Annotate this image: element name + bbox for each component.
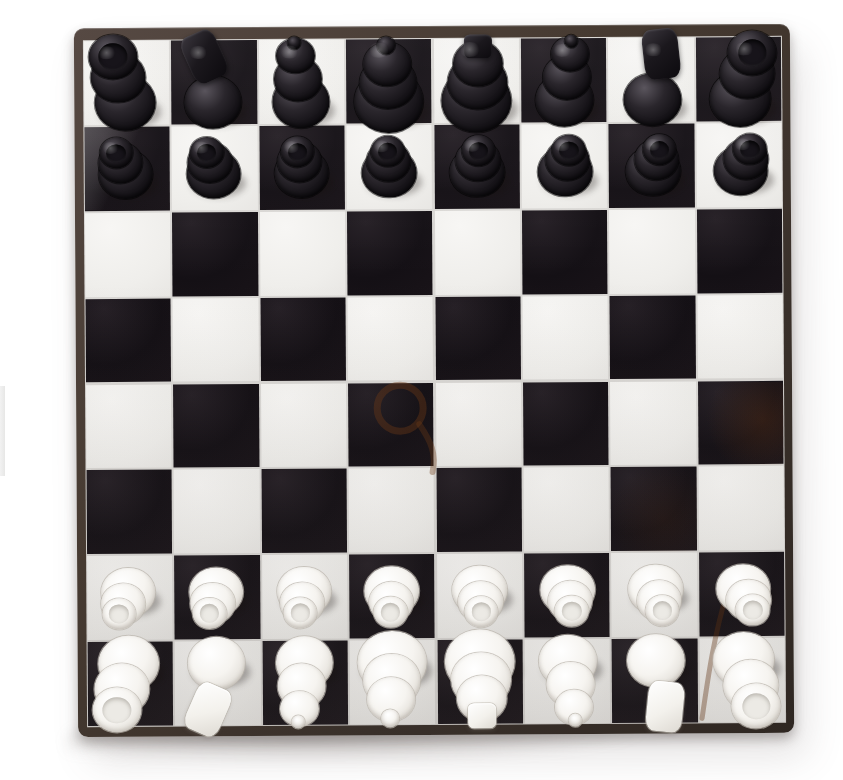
- piece-white-pawn[interactable]: ♙: [698, 551, 786, 637]
- square-f5[interactable]: [522, 296, 608, 380]
- square-b3[interactable]: [174, 469, 260, 553]
- square-d6[interactable]: [347, 211, 433, 295]
- product-photo-page: { "game": { "name": "Chess", "descriptio…: [0, 0, 843, 780]
- piece-black-pawn[interactable]: ♟: [171, 125, 259, 211]
- piece-white-pawn[interactable]: ♙: [261, 554, 349, 640]
- square-a4[interactable]: [86, 384, 172, 468]
- square-e3[interactable]: [436, 468, 522, 552]
- square-e5[interactable]: [435, 296, 521, 380]
- square-h5[interactable]: [697, 294, 783, 378]
- square-c5[interactable]: [260, 297, 346, 381]
- piece-black-knight[interactable]: ♞: [607, 36, 695, 122]
- board-drop-shadow: [66, 730, 810, 774]
- piece-white-knight[interactable]: ♘: [611, 637, 699, 723]
- piece-black-king[interactable]: ♚: [432, 37, 520, 123]
- piece-black-pawn[interactable]: ♟: [433, 123, 521, 209]
- square-b6[interactable]: [172, 212, 258, 296]
- piece-white-knight[interactable]: ♘: [174, 640, 262, 726]
- square-c3[interactable]: [261, 469, 347, 553]
- chess-board: ♜♞♝♛♚♝♞♜♟♟♟♟♟♟♟♟♙♙♙♙♙♙♙♙♖♘♗♕♔♗♘♖: [74, 24, 794, 737]
- piece-black-pawn[interactable]: ♟: [346, 124, 434, 210]
- piece-white-queen[interactable]: ♕: [349, 639, 437, 725]
- piece-white-pawn[interactable]: ♙: [523, 552, 611, 638]
- square-b5[interactable]: [173, 298, 259, 382]
- square-d4[interactable]: [348, 383, 434, 467]
- piece-black-rook[interactable]: ♜: [83, 40, 171, 126]
- piece-white-pawn[interactable]: ♙: [173, 554, 261, 640]
- square-h6[interactable]: [697, 209, 783, 293]
- square-h3[interactable]: [698, 466, 784, 550]
- piece-black-rook[interactable]: ♜: [694, 36, 782, 122]
- piece-black-pawn[interactable]: ♟: [608, 122, 696, 208]
- square-h4[interactable]: [698, 380, 784, 464]
- square-e6[interactable]: [434, 210, 520, 294]
- piece-white-rook[interactable]: ♖: [698, 637, 786, 723]
- square-a6[interactable]: [85, 212, 171, 296]
- piece-black-queen[interactable]: ♛: [345, 38, 433, 124]
- square-a3[interactable]: [87, 470, 173, 554]
- square-a5[interactable]: [85, 298, 171, 382]
- piece-black-pawn[interactable]: ♟: [695, 122, 783, 208]
- square-d5[interactable]: [348, 297, 434, 381]
- piece-black-bishop[interactable]: ♝: [258, 39, 346, 125]
- piece-white-bishop[interactable]: ♗: [523, 638, 611, 724]
- square-g4[interactable]: [610, 381, 696, 465]
- square-b4[interactable]: [173, 384, 259, 468]
- piece-black-knight[interactable]: ♞: [170, 39, 258, 125]
- square-g3[interactable]: [611, 467, 697, 551]
- piece-white-pawn[interactable]: ♙: [86, 555, 174, 641]
- square-c4[interactable]: [261, 383, 347, 467]
- square-c6[interactable]: [260, 211, 346, 295]
- piece-black-pawn[interactable]: ♟: [520, 123, 608, 209]
- square-f4[interactable]: [523, 381, 609, 465]
- square-d3[interactable]: [349, 468, 435, 552]
- square-e4[interactable]: [436, 382, 522, 466]
- piece-black-bishop[interactable]: ♝: [520, 37, 608, 123]
- square-g6[interactable]: [609, 209, 695, 293]
- piece-white-pawn[interactable]: ♙: [436, 553, 524, 639]
- adjacent-image-edge: [0, 386, 5, 476]
- square-f6[interactable]: [522, 210, 608, 294]
- square-f3[interactable]: [523, 467, 609, 551]
- piece-white-rook[interactable]: ♖: [87, 641, 175, 727]
- piece-white-king[interactable]: ♔: [436, 639, 524, 725]
- piece-black-pawn[interactable]: ♟: [258, 124, 346, 210]
- piece-white-pawn[interactable]: ♙: [348, 553, 436, 639]
- piece-black-pawn[interactable]: ♟: [83, 125, 171, 211]
- piece-white-pawn[interactable]: ♙: [610, 552, 698, 638]
- square-g5[interactable]: [610, 295, 696, 379]
- piece-white-bishop[interactable]: ♗: [261, 640, 349, 726]
